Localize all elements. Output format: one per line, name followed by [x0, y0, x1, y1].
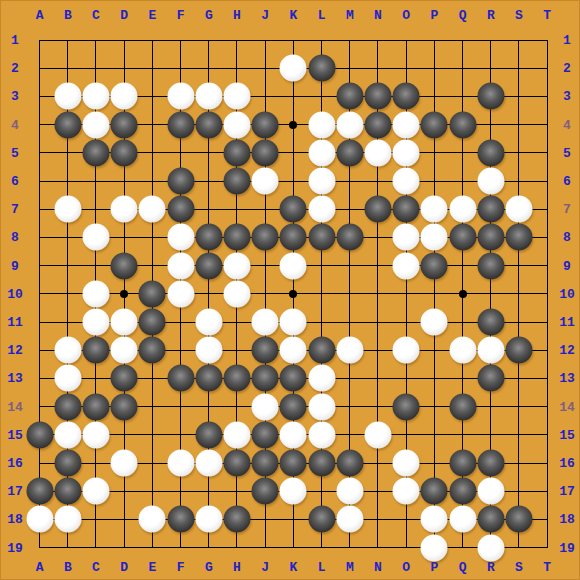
- row-label-left-18: 18: [7, 513, 23, 526]
- stone-q17-black[interactable]: [449, 478, 476, 505]
- row-label-left-19: 19: [7, 541, 23, 554]
- col-label-bottom-e: E: [148, 561, 156, 574]
- row-label-right-8: 8: [563, 231, 571, 244]
- stone-e18-white[interactable]: [139, 506, 166, 533]
- stone-g13-black[interactable]: [195, 365, 222, 392]
- stone-l4-white[interactable]: [308, 111, 335, 138]
- star-point-q10: [459, 290, 467, 298]
- row-label-right-6: 6: [563, 175, 571, 188]
- col-label-bottom-k: K: [289, 561, 297, 574]
- stone-m18-white[interactable]: [336, 506, 363, 533]
- stone-l13-white[interactable]: [308, 365, 335, 392]
- stone-f9-white[interactable]: [167, 252, 194, 279]
- stone-f3-white[interactable]: [167, 83, 194, 110]
- stone-r6-white[interactable]: [477, 168, 504, 195]
- stone-c4-white[interactable]: [83, 111, 110, 138]
- stone-c11-white[interactable]: [83, 309, 110, 336]
- row-label-right-12: 12: [559, 344, 575, 357]
- stone-r8-black[interactable]: [477, 224, 504, 251]
- stone-o5-white[interactable]: [393, 139, 420, 166]
- stone-c15-white[interactable]: [83, 421, 110, 448]
- stone-f7-black[interactable]: [167, 196, 194, 223]
- stone-n3-black[interactable]: [365, 83, 392, 110]
- col-label-bottom-a: A: [36, 561, 44, 574]
- stone-e7-white[interactable]: [139, 196, 166, 223]
- stone-d4-black[interactable]: [111, 111, 138, 138]
- stone-o12-white[interactable]: [393, 337, 420, 364]
- col-label-top-h: H: [233, 9, 241, 22]
- stone-r7-black[interactable]: [477, 196, 504, 223]
- stone-c12-black[interactable]: [83, 337, 110, 364]
- row-label-right-17: 17: [559, 485, 575, 498]
- row-label-right-13: 13: [559, 372, 575, 385]
- stone-q18-white[interactable]: [449, 506, 476, 533]
- col-label-bottom-j: J: [261, 561, 269, 574]
- stone-g18-white[interactable]: [195, 506, 222, 533]
- stone-h9-white[interactable]: [224, 252, 251, 279]
- stone-j5-black[interactable]: [252, 139, 279, 166]
- col-label-top-b: B: [64, 9, 72, 22]
- stone-o6-white[interactable]: [393, 168, 420, 195]
- stone-n7-black[interactable]: [365, 196, 392, 223]
- stone-b12-white[interactable]: [54, 337, 81, 364]
- stone-k9-white[interactable]: [280, 252, 307, 279]
- col-label-top-d: D: [120, 9, 128, 22]
- stone-c17-white[interactable]: [83, 478, 110, 505]
- stone-p7-white[interactable]: [421, 196, 448, 223]
- stone-a18-white[interactable]: [26, 506, 53, 533]
- row-label-right-18: 18: [559, 513, 575, 526]
- stone-l16-black[interactable]: [308, 450, 335, 477]
- grid-vline-t: [547, 40, 548, 549]
- col-label-bottom-s: S: [515, 561, 523, 574]
- stone-l15-white[interactable]: [308, 421, 335, 448]
- row-label-left-6: 6: [11, 175, 19, 188]
- stone-k8-black[interactable]: [280, 224, 307, 251]
- stone-f13-black[interactable]: [167, 365, 194, 392]
- stone-b17-black[interactable]: [54, 478, 81, 505]
- stone-o8-white[interactable]: [393, 224, 420, 251]
- stone-h3-white[interactable]: [224, 83, 251, 110]
- stone-a15-black[interactable]: [26, 421, 53, 448]
- stone-d5-black[interactable]: [111, 139, 138, 166]
- row-label-left-10: 10: [7, 287, 23, 300]
- stone-o4-white[interactable]: [393, 111, 420, 138]
- stone-m12-white[interactable]: [336, 337, 363, 364]
- col-label-top-e: E: [148, 9, 156, 22]
- row-label-left-14: 14: [7, 400, 23, 413]
- stone-m3-black[interactable]: [336, 83, 363, 110]
- row-label-right-5: 5: [563, 146, 571, 159]
- stone-m16-black[interactable]: [336, 450, 363, 477]
- stone-e12-black[interactable]: [139, 337, 166, 364]
- stone-l18-black[interactable]: [308, 506, 335, 533]
- stone-g3-white[interactable]: [195, 83, 222, 110]
- stone-j12-black[interactable]: [252, 337, 279, 364]
- stone-d3-white[interactable]: [111, 83, 138, 110]
- stone-j15-black[interactable]: [252, 421, 279, 448]
- col-label-top-c: C: [92, 9, 100, 22]
- stone-o7-black[interactable]: [393, 196, 420, 223]
- col-label-top-a: A: [36, 9, 44, 22]
- col-label-bottom-l: L: [318, 561, 326, 574]
- stone-g16-white[interactable]: [195, 450, 222, 477]
- stone-k15-white[interactable]: [280, 421, 307, 448]
- stone-b15-white[interactable]: [54, 421, 81, 448]
- row-label-right-1: 1: [563, 34, 571, 47]
- stone-q7-white[interactable]: [449, 196, 476, 223]
- row-label-left-2: 2: [11, 62, 19, 75]
- col-label-bottom-t: T: [543, 561, 551, 574]
- stone-b4-black[interactable]: [54, 111, 81, 138]
- stone-l8-black[interactable]: [308, 224, 335, 251]
- stone-c3-white[interactable]: [83, 83, 110, 110]
- stone-j13-black[interactable]: [252, 365, 279, 392]
- grid-hline-19: [39, 547, 548, 548]
- stone-d14-black[interactable]: [111, 393, 138, 420]
- stone-r11-black[interactable]: [477, 309, 504, 336]
- stone-p17-black[interactable]: [421, 478, 448, 505]
- col-label-top-t: T: [543, 9, 551, 22]
- stone-h16-black[interactable]: [224, 450, 251, 477]
- stone-b14-black[interactable]: [54, 393, 81, 420]
- row-label-left-13: 13: [7, 372, 23, 385]
- row-label-left-8: 8: [11, 231, 19, 244]
- stone-o14-black[interactable]: [393, 393, 420, 420]
- stone-d16-white[interactable]: [111, 450, 138, 477]
- stone-e10-black[interactable]: [139, 280, 166, 307]
- col-label-bottom-p: P: [430, 561, 438, 574]
- row-label-left-4: 4: [11, 118, 19, 131]
- stone-r9-black[interactable]: [477, 252, 504, 279]
- stone-g11-white[interactable]: [195, 309, 222, 336]
- stone-j16-black[interactable]: [252, 450, 279, 477]
- stone-n4-black[interactable]: [365, 111, 392, 138]
- stone-h15-white[interactable]: [224, 421, 251, 448]
- stone-p4-black[interactable]: [421, 111, 448, 138]
- stone-b3-white[interactable]: [54, 83, 81, 110]
- stone-n5-white[interactable]: [365, 139, 392, 166]
- col-label-top-p: P: [430, 9, 438, 22]
- row-label-right-15: 15: [559, 428, 575, 441]
- stone-d13-black[interactable]: [111, 365, 138, 392]
- stone-g9-black[interactable]: [195, 252, 222, 279]
- row-label-left-7: 7: [11, 203, 19, 216]
- stone-r5-black[interactable]: [477, 139, 504, 166]
- stone-p18-white[interactable]: [421, 506, 448, 533]
- stone-q8-black[interactable]: [449, 224, 476, 251]
- stone-p9-black[interactable]: [421, 252, 448, 279]
- stone-b13-white[interactable]: [54, 365, 81, 392]
- col-label-bottom-m: M: [346, 561, 354, 574]
- col-label-bottom-r: R: [487, 561, 495, 574]
- stone-f8-white[interactable]: [167, 224, 194, 251]
- grid-vline-s: [518, 40, 519, 549]
- stone-a17-black[interactable]: [26, 478, 53, 505]
- stone-g12-white[interactable]: [195, 337, 222, 364]
- row-label-left-11: 11: [7, 316, 23, 329]
- stone-j11-white[interactable]: [252, 309, 279, 336]
- stone-k17-white[interactable]: [280, 478, 307, 505]
- row-label-left-5: 5: [11, 146, 19, 159]
- col-label-top-k: K: [289, 9, 297, 22]
- stone-l14-white[interactable]: [308, 393, 335, 420]
- stone-f4-black[interactable]: [167, 111, 194, 138]
- col-label-bottom-g: G: [205, 561, 213, 574]
- stone-k16-black[interactable]: [280, 450, 307, 477]
- col-label-bottom-c: C: [92, 561, 100, 574]
- stone-k2-white[interactable]: [280, 55, 307, 82]
- col-label-top-n: N: [374, 9, 382, 22]
- star-point-d10: [120, 290, 128, 298]
- stone-p8-white[interactable]: [421, 224, 448, 251]
- row-label-right-16: 16: [559, 457, 575, 470]
- col-label-top-l: L: [318, 9, 326, 22]
- row-label-right-10: 10: [559, 287, 575, 300]
- stone-p11-white[interactable]: [421, 309, 448, 336]
- row-label-left-9: 9: [11, 259, 19, 272]
- col-label-top-q: Q: [459, 9, 467, 22]
- stone-h4-white[interactable]: [224, 111, 251, 138]
- stone-r16-black[interactable]: [477, 450, 504, 477]
- stone-r12-white[interactable]: [477, 337, 504, 364]
- stone-f10-white[interactable]: [167, 280, 194, 307]
- row-label-right-4: 4: [563, 118, 571, 131]
- col-label-top-r: R: [487, 9, 495, 22]
- row-label-right-9: 9: [563, 259, 571, 272]
- stone-s8-black[interactable]: [506, 224, 533, 251]
- stone-l6-white[interactable]: [308, 168, 335, 195]
- row-label-left-15: 15: [7, 428, 23, 441]
- stone-o9-white[interactable]: [393, 252, 420, 279]
- row-label-left-1: 1: [11, 34, 19, 47]
- stone-c5-black[interactable]: [83, 139, 110, 166]
- col-label-top-j: J: [261, 9, 269, 22]
- stone-m4-white[interactable]: [336, 111, 363, 138]
- stone-m17-white[interactable]: [336, 478, 363, 505]
- stone-h6-black[interactable]: [224, 168, 251, 195]
- stone-k12-white[interactable]: [280, 337, 307, 364]
- stone-o3-black[interactable]: [393, 83, 420, 110]
- stone-h8-black[interactable]: [224, 224, 251, 251]
- row-label-right-7: 7: [563, 203, 571, 216]
- stone-s7-white[interactable]: [506, 196, 533, 223]
- stone-r18-black[interactable]: [477, 506, 504, 533]
- stone-d12-white[interactable]: [111, 337, 138, 364]
- stone-d9-black[interactable]: [111, 252, 138, 279]
- star-point-k4: [289, 121, 297, 129]
- stone-r3-black[interactable]: [477, 83, 504, 110]
- stone-l7-white[interactable]: [308, 196, 335, 223]
- stone-o16-white[interactable]: [393, 450, 420, 477]
- row-label-right-19: 19: [559, 541, 575, 554]
- stone-g8-black[interactable]: [195, 224, 222, 251]
- col-label-top-m: M: [346, 9, 354, 22]
- col-label-bottom-o: O: [402, 561, 410, 574]
- stone-s12-black[interactable]: [506, 337, 533, 364]
- stone-b16-black[interactable]: [54, 450, 81, 477]
- row-label-right-2: 2: [563, 62, 571, 75]
- stone-g4-black[interactable]: [195, 111, 222, 138]
- stone-q12-white[interactable]: [449, 337, 476, 364]
- stone-l2-black[interactable]: [308, 55, 335, 82]
- row-label-right-14: 14: [559, 400, 575, 413]
- col-label-top-s: S: [515, 9, 523, 22]
- row-label-left-16: 16: [7, 457, 23, 470]
- stone-k14-black[interactable]: [280, 393, 307, 420]
- stone-p19-white[interactable]: [421, 534, 448, 561]
- col-label-top-o: O: [402, 9, 410, 22]
- stone-h18-black[interactable]: [224, 506, 251, 533]
- row-label-left-17: 17: [7, 485, 23, 498]
- col-label-bottom-b: B: [64, 561, 72, 574]
- stone-e11-black[interactable]: [139, 309, 166, 336]
- stone-m5-black[interactable]: [336, 139, 363, 166]
- stone-d11-white[interactable]: [111, 309, 138, 336]
- stone-n15-white[interactable]: [365, 421, 392, 448]
- col-label-top-g: G: [205, 9, 213, 22]
- stone-k13-black[interactable]: [280, 365, 307, 392]
- row-label-left-3: 3: [11, 90, 19, 103]
- stone-j8-black[interactable]: [252, 224, 279, 251]
- stone-h5-black[interactable]: [224, 139, 251, 166]
- stone-o17-white[interactable]: [393, 478, 420, 505]
- stone-m8-black[interactable]: [336, 224, 363, 251]
- col-label-bottom-f: F: [177, 561, 185, 574]
- stone-c14-black[interactable]: [83, 393, 110, 420]
- stone-q4-black[interactable]: [449, 111, 476, 138]
- col-label-bottom-h: H: [233, 561, 241, 574]
- row-label-left-12: 12: [7, 344, 23, 357]
- stone-b7-white[interactable]: [54, 196, 81, 223]
- stone-l12-black[interactable]: [308, 337, 335, 364]
- row-label-right-3: 3: [563, 90, 571, 103]
- row-label-right-11: 11: [559, 316, 575, 329]
- stone-q14-black[interactable]: [449, 393, 476, 420]
- col-label-bottom-d: D: [120, 561, 128, 574]
- stone-l5-white[interactable]: [308, 139, 335, 166]
- stone-c10-white[interactable]: [83, 280, 110, 307]
- stone-s18-black[interactable]: [506, 506, 533, 533]
- stone-b18-white[interactable]: [54, 506, 81, 533]
- stone-j17-black[interactable]: [252, 478, 279, 505]
- go-board-window: AABBCCDDEEFFGGHHJJKKLLMMNNOOPPQQRRSSTT11…: [0, 0, 580, 580]
- stone-k7-black[interactable]: [280, 196, 307, 223]
- stone-j4-black[interactable]: [252, 111, 279, 138]
- stone-r13-black[interactable]: [477, 365, 504, 392]
- stone-h13-black[interactable]: [224, 365, 251, 392]
- stone-g15-black[interactable]: [195, 421, 222, 448]
- stone-j14-white[interactable]: [252, 393, 279, 420]
- stone-d7-white[interactable]: [111, 196, 138, 223]
- col-label-top-f: F: [177, 9, 185, 22]
- col-label-bottom-q: Q: [459, 561, 467, 574]
- star-point-k10: [289, 290, 297, 298]
- stone-f16-white[interactable]: [167, 450, 194, 477]
- stone-f18-black[interactable]: [167, 506, 194, 533]
- stone-k11-white[interactable]: [280, 309, 307, 336]
- col-label-bottom-n: N: [374, 561, 382, 574]
- stone-f6-black[interactable]: [167, 168, 194, 195]
- stone-j6-white[interactable]: [252, 168, 279, 195]
- stone-h10-white[interactable]: [224, 280, 251, 307]
- stone-q16-black[interactable]: [449, 450, 476, 477]
- stone-r17-white[interactable]: [477, 478, 504, 505]
- stone-r19-white[interactable]: [477, 534, 504, 561]
- stone-c8-white[interactable]: [83, 224, 110, 251]
